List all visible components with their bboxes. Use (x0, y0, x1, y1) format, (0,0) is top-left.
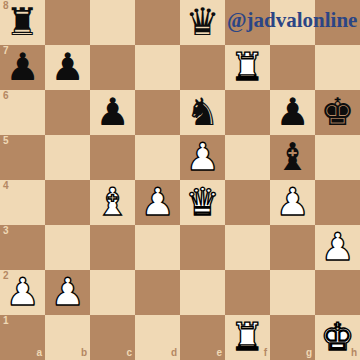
black-pawn-b7: ♟ (45, 45, 90, 90)
square-d1[interactable]: d (135, 315, 180, 360)
square-f1[interactable]: f♜ (225, 315, 270, 360)
square-e1[interactable]: e (180, 315, 225, 360)
square-g1[interactable]: g (270, 315, 315, 360)
square-d2[interactable] (135, 270, 180, 315)
square-e6[interactable]: ♞ (180, 90, 225, 135)
square-e4[interactable]: ♛ (180, 180, 225, 225)
white-queen-e4: ♛ (180, 180, 225, 225)
black-bishop-g5: ♝ (270, 135, 315, 180)
rank-label-5: 5 (3, 136, 9, 146)
file-label-d: d (171, 348, 177, 358)
square-h6[interactable]: ♚ (315, 90, 360, 135)
square-g3[interactable] (270, 225, 315, 270)
square-g5[interactable]: ♝ (270, 135, 315, 180)
square-a4[interactable]: 4 (0, 180, 45, 225)
square-a3[interactable]: 3 (0, 225, 45, 270)
black-pawn-a7: ♟ (0, 45, 45, 90)
black-pawn-c6: ♟ (90, 90, 135, 135)
square-h4[interactable] (315, 180, 360, 225)
rank-label-4: 4 (3, 181, 9, 191)
white-rook-f7: ♜ (225, 45, 270, 90)
square-a5[interactable]: 5 (0, 135, 45, 180)
square-b6[interactable] (45, 90, 90, 135)
square-f7[interactable]: ♜ (225, 45, 270, 90)
black-rook-a8: ♜ (0, 0, 45, 45)
white-king-h1: ♚ (315, 315, 360, 360)
white-pawn-b2: ♟ (45, 270, 90, 315)
square-d4[interactable]: ♟ (135, 180, 180, 225)
square-f4[interactable] (225, 180, 270, 225)
rank-label-1: 1 (3, 316, 9, 326)
square-e3[interactable] (180, 225, 225, 270)
white-pawn-h3: ♟ (315, 225, 360, 270)
square-b3[interactable] (45, 225, 90, 270)
square-b7[interactable]: ♟ (45, 45, 90, 90)
square-a8[interactable]: 8♜ (0, 0, 45, 45)
square-c5[interactable] (90, 135, 135, 180)
square-b8[interactable] (45, 0, 90, 45)
square-a1[interactable]: 1a (0, 315, 45, 360)
rank-label-3: 3 (3, 226, 9, 236)
square-a6[interactable]: 6 (0, 90, 45, 135)
white-bishop-c4: ♝ (90, 180, 135, 225)
square-b1[interactable]: b (45, 315, 90, 360)
square-h7[interactable] (315, 45, 360, 90)
square-f3[interactable] (225, 225, 270, 270)
square-b2[interactable]: ♟ (45, 270, 90, 315)
file-label-e: e (216, 348, 222, 358)
square-b5[interactable] (45, 135, 90, 180)
square-c4[interactable]: ♝ (90, 180, 135, 225)
square-e8[interactable]: ♛ (180, 0, 225, 45)
square-h3[interactable]: ♟ (315, 225, 360, 270)
square-h5[interactable] (315, 135, 360, 180)
square-c6[interactable]: ♟ (90, 90, 135, 135)
square-d5[interactable] (135, 135, 180, 180)
square-h1[interactable]: h♚ (315, 315, 360, 360)
square-c8[interactable] (90, 0, 135, 45)
chess-diagram: 8♜♛7♟♟♜6♟♞♟♚5♟♝4♝♟♛♟3♟2♟♟1abcdef♜gh♚ @ja… (0, 0, 360, 360)
square-g6[interactable]: ♟ (270, 90, 315, 135)
square-g7[interactable] (270, 45, 315, 90)
white-pawn-d4: ♟ (135, 180, 180, 225)
square-a2[interactable]: 2♟ (0, 270, 45, 315)
square-c1[interactable]: c (90, 315, 135, 360)
square-a7[interactable]: 7♟ (0, 45, 45, 90)
file-label-a: a (36, 348, 42, 358)
file-label-g: g (306, 348, 312, 358)
square-f2[interactable] (225, 270, 270, 315)
square-d7[interactable] (135, 45, 180, 90)
file-label-c: c (126, 348, 132, 358)
white-pawn-g4: ♟ (270, 180, 315, 225)
black-queen-e8: ♛ (180, 0, 225, 45)
black-knight-e6: ♞ (180, 90, 225, 135)
square-g2[interactable] (270, 270, 315, 315)
square-c3[interactable] (90, 225, 135, 270)
square-h2[interactable] (315, 270, 360, 315)
white-pawn-e5: ♟ (180, 135, 225, 180)
square-e5[interactable]: ♟ (180, 135, 225, 180)
watermark: @jadvalonline (227, 8, 357, 33)
black-king-h6: ♚ (315, 90, 360, 135)
square-c7[interactable] (90, 45, 135, 90)
rank-label-6: 6 (3, 91, 9, 101)
file-label-b: b (81, 348, 87, 358)
square-f5[interactable] (225, 135, 270, 180)
square-d3[interactable] (135, 225, 180, 270)
black-pawn-g6: ♟ (270, 90, 315, 135)
square-g4[interactable]: ♟ (270, 180, 315, 225)
square-e2[interactable] (180, 270, 225, 315)
white-rook-f1: ♜ (225, 315, 270, 360)
square-b4[interactable] (45, 180, 90, 225)
square-d8[interactable] (135, 0, 180, 45)
square-d6[interactable] (135, 90, 180, 135)
square-f6[interactable] (225, 90, 270, 135)
square-c2[interactable] (90, 270, 135, 315)
white-pawn-a2: ♟ (0, 270, 45, 315)
square-e7[interactable] (180, 45, 225, 90)
chess-board: 8♜♛7♟♟♜6♟♞♟♚5♟♝4♝♟♛♟3♟2♟♟1abcdef♜gh♚ (0, 0, 360, 360)
